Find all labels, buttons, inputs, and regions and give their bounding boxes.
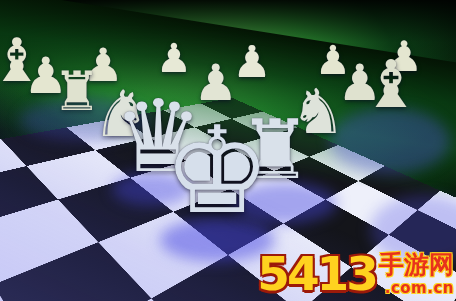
watermark-number: 5413	[257, 252, 376, 297]
watermark-site-name: 手游网	[379, 252, 454, 278]
white-bishop-h5[interactable]: ♝	[361, 52, 420, 118]
white-pawn-d6[interactable]: ♟	[156, 38, 192, 78]
watermark-domain: .com.cn	[385, 279, 454, 297]
chess-photo-scene: ♟♟♟♟♟♝♟♟♟♝♜♞♞♛♜♚ 5413 手游网 .com.cn	[0, 0, 456, 301]
watermark: 5413 手游网 .com.cn	[257, 252, 454, 297]
white-king-e2[interactable]: ♚	[163, 111, 271, 231]
watermark-text-block: 手游网 .com.cn	[379, 252, 454, 296]
